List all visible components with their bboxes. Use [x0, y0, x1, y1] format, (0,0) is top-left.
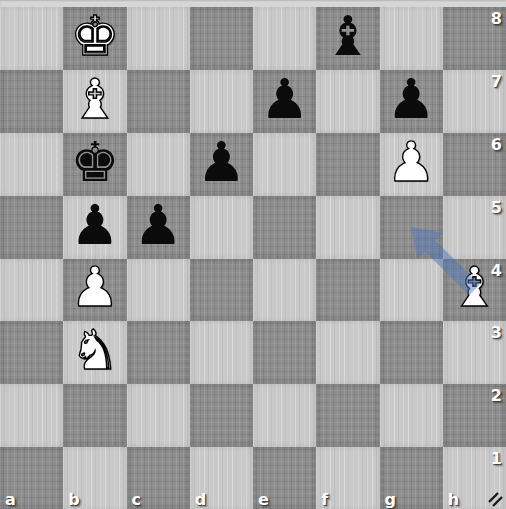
square-f5[interactable] [316, 196, 379, 259]
square-d2[interactable] [190, 384, 253, 447]
square-a4[interactable] [0, 259, 63, 322]
square-c2[interactable] [127, 384, 190, 447]
square-h4[interactable]: ♝ [443, 259, 506, 322]
square-e2[interactable] [253, 384, 316, 447]
white-bishop[interactable]: ♝ [70, 72, 119, 127]
black-pawn[interactable]: ♟ [260, 72, 309, 127]
square-e3[interactable] [253, 321, 316, 384]
square-c1[interactable] [127, 447, 190, 509]
square-g8[interactable] [380, 7, 443, 70]
square-b6[interactable]: ♚ [63, 133, 126, 196]
square-d8[interactable] [190, 7, 253, 70]
square-f6[interactable] [316, 133, 379, 196]
black-pawn[interactable]: ♟ [197, 135, 246, 190]
square-h8[interactable] [443, 7, 506, 70]
square-g6[interactable]: ♟ [380, 133, 443, 196]
square-b7[interactable]: ♝ [63, 70, 126, 133]
chess-board[interactable]: ♚♝♝♟♟♚♟♟♟♟♟♝♞ [0, 7, 506, 509]
square-f1[interactable] [316, 447, 379, 509]
square-b2[interactable] [63, 384, 126, 447]
square-g4[interactable] [380, 259, 443, 322]
white-bishop[interactable]: ♝ [450, 260, 499, 315]
black-pawn[interactable]: ♟ [386, 72, 435, 127]
square-c8[interactable] [127, 7, 190, 70]
black-pawn[interactable]: ♟ [133, 198, 182, 253]
square-a5[interactable] [0, 196, 63, 259]
square-a2[interactable] [0, 384, 63, 447]
square-f7[interactable] [316, 70, 379, 133]
white-pawn[interactable]: ♟ [70, 260, 119, 315]
square-b3[interactable]: ♞ [63, 321, 126, 384]
square-g5[interactable] [380, 196, 443, 259]
square-c5[interactable]: ♟ [127, 196, 190, 259]
square-c7[interactable] [127, 70, 190, 133]
white-pawn[interactable]: ♟ [386, 135, 435, 190]
square-e7[interactable]: ♟ [253, 70, 316, 133]
square-d1[interactable] [190, 447, 253, 509]
black-king[interactable]: ♚ [70, 135, 119, 190]
square-h2[interactable] [443, 384, 506, 447]
square-g3[interactable] [380, 321, 443, 384]
resize-handle-icon[interactable] [488, 492, 503, 507]
square-a3[interactable] [0, 321, 63, 384]
square-b5[interactable]: ♟ [63, 196, 126, 259]
black-bishop[interactable]: ♝ [323, 9, 372, 64]
square-f4[interactable] [316, 259, 379, 322]
square-g1[interactable] [380, 447, 443, 509]
square-h7[interactable] [443, 70, 506, 133]
square-a6[interactable] [0, 133, 63, 196]
square-a8[interactable] [0, 7, 63, 70]
square-h3[interactable] [443, 321, 506, 384]
square-c3[interactable] [127, 321, 190, 384]
square-b1[interactable] [63, 447, 126, 509]
square-e4[interactable] [253, 259, 316, 322]
square-d5[interactable] [190, 196, 253, 259]
square-e5[interactable] [253, 196, 316, 259]
square-c4[interactable] [127, 259, 190, 322]
square-d6[interactable]: ♟ [190, 133, 253, 196]
black-pawn[interactable]: ♟ [70, 198, 119, 253]
square-e8[interactable] [253, 7, 316, 70]
square-g7[interactable]: ♟ [380, 70, 443, 133]
square-h5[interactable] [443, 196, 506, 259]
square-a7[interactable] [0, 70, 63, 133]
square-d7[interactable] [190, 70, 253, 133]
square-f8[interactable]: ♝ [316, 7, 379, 70]
white-king[interactable]: ♚ [70, 9, 119, 64]
square-b8[interactable]: ♚ [63, 7, 126, 70]
square-e1[interactable] [253, 447, 316, 509]
white-knight[interactable]: ♞ [70, 323, 119, 378]
square-e6[interactable] [253, 133, 316, 196]
square-c6[interactable] [127, 133, 190, 196]
square-b4[interactable]: ♟ [63, 259, 126, 322]
chess-board-frame: ♚♝♝♟♟♚♟♟♟♟♟♝♞ 87654321abcdefgh [0, 0, 506, 509]
square-f3[interactable] [316, 321, 379, 384]
square-f2[interactable] [316, 384, 379, 447]
square-a1[interactable] [0, 447, 63, 509]
square-d3[interactable] [190, 321, 253, 384]
square-d4[interactable] [190, 259, 253, 322]
square-g2[interactable] [380, 384, 443, 447]
square-h6[interactable] [443, 133, 506, 196]
